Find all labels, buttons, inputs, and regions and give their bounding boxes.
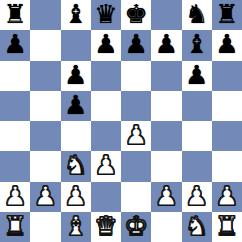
square-d5[interactable] <box>91 91 121 121</box>
square-b3[interactable] <box>30 151 60 181</box>
square-h6[interactable] <box>212 61 242 91</box>
piece-white-pawn-b2[interactable]: ♟ <box>34 183 57 209</box>
piece-black-pawn-c5[interactable]: ♟ <box>64 92 87 118</box>
square-g8[interactable]: ♞ <box>182 0 212 30</box>
square-d7[interactable]: ♟ <box>91 30 121 60</box>
square-f5[interactable] <box>151 91 181 121</box>
piece-black-pawn-a7[interactable]: ♟ <box>3 31 26 57</box>
piece-white-pawn-c2[interactable]: ♟ <box>64 183 87 209</box>
square-f1[interactable] <box>151 212 181 242</box>
piece-white-pawn-d3[interactable]: ♟ <box>94 152 117 178</box>
piece-black-queen-d8[interactable]: ♛ <box>94 1 117 27</box>
square-f2[interactable]: ♟ <box>151 182 181 212</box>
square-a1[interactable]: ♜ <box>0 212 30 242</box>
square-d1[interactable]: ♛ <box>91 212 121 242</box>
piece-white-pawn-f2[interactable]: ♟ <box>155 183 178 209</box>
piece-black-knight-g8[interactable]: ♞ <box>185 1 208 27</box>
square-d4[interactable] <box>91 121 121 151</box>
square-e1[interactable]: ♚ <box>121 212 151 242</box>
square-b1[interactable] <box>30 212 60 242</box>
square-g7[interactable]: ♝ <box>182 30 212 60</box>
piece-white-pawn-h2[interactable]: ♟ <box>215 183 238 209</box>
piece-white-pawn-e4[interactable]: ♟ <box>124 122 147 148</box>
piece-white-knight-g1[interactable]: ♞ <box>185 213 208 239</box>
piece-white-rook-a1[interactable]: ♜ <box>3 213 26 239</box>
square-d2[interactable] <box>91 182 121 212</box>
square-e7[interactable]: ♟ <box>121 30 151 60</box>
square-b6[interactable] <box>30 61 60 91</box>
piece-black-bishop-c8[interactable]: ♝ <box>64 1 87 27</box>
square-b4[interactable] <box>30 121 60 151</box>
square-h2[interactable]: ♟ <box>212 182 242 212</box>
square-b2[interactable]: ♟ <box>30 182 60 212</box>
square-h5[interactable] <box>212 91 242 121</box>
square-e5[interactable] <box>121 91 151 121</box>
square-a6[interactable] <box>0 61 30 91</box>
square-f3[interactable] <box>151 151 181 181</box>
square-c1[interactable]: ♝ <box>61 212 91 242</box>
piece-white-pawn-a2[interactable]: ♟ <box>3 183 26 209</box>
chess-board: ♜♝♛♚♞♜♟♟♟♟♝♟♟♟♟♟♞♟♟♟♟♟♟♟♜♝♛♚♞♜ <box>0 0 242 242</box>
piece-black-king-e8[interactable]: ♚ <box>124 1 147 27</box>
square-d8[interactable]: ♛ <box>91 0 121 30</box>
piece-black-rook-h8[interactable]: ♜ <box>215 1 238 27</box>
square-f8[interactable] <box>151 0 181 30</box>
square-a3[interactable] <box>0 151 30 181</box>
square-a4[interactable] <box>0 121 30 151</box>
square-e6[interactable] <box>121 61 151 91</box>
piece-black-pawn-d7[interactable]: ♟ <box>94 31 117 57</box>
square-h7[interactable]: ♟ <box>212 30 242 60</box>
square-c3[interactable]: ♞ <box>61 151 91 181</box>
piece-white-pawn-g2[interactable]: ♟ <box>185 183 208 209</box>
piece-white-bishop-c1[interactable]: ♝ <box>64 213 87 239</box>
square-a5[interactable] <box>0 91 30 121</box>
piece-white-rook-h1[interactable]: ♜ <box>215 213 238 239</box>
square-g5[interactable] <box>182 91 212 121</box>
piece-white-knight-c3[interactable]: ♞ <box>64 152 87 178</box>
square-h3[interactable] <box>212 151 242 181</box>
square-d3[interactable]: ♟ <box>91 151 121 181</box>
square-g4[interactable] <box>182 121 212 151</box>
square-a7[interactable]: ♟ <box>0 30 30 60</box>
piece-black-pawn-f7[interactable]: ♟ <box>155 31 178 57</box>
square-g2[interactable]: ♟ <box>182 182 212 212</box>
piece-black-pawn-h7[interactable]: ♟ <box>215 31 238 57</box>
square-b8[interactable] <box>30 0 60 30</box>
square-c4[interactable] <box>61 121 91 151</box>
square-h8[interactable]: ♜ <box>212 0 242 30</box>
square-b5[interactable] <box>30 91 60 121</box>
square-g6[interactable]: ♟ <box>182 61 212 91</box>
square-c6[interactable]: ♟ <box>61 61 91 91</box>
square-e8[interactable]: ♚ <box>121 0 151 30</box>
piece-black-pawn-g6[interactable]: ♟ <box>185 62 208 88</box>
chess-board-container: ♜♝♛♚♞♜♟♟♟♟♝♟♟♟♟♟♞♟♟♟♟♟♟♟♜♝♛♚♞♜ <box>0 0 242 242</box>
square-f6[interactable] <box>151 61 181 91</box>
piece-black-bishop-g7[interactable]: ♝ <box>185 31 208 57</box>
piece-white-king-e1[interactable]: ♚ <box>124 213 147 239</box>
square-f7[interactable]: ♟ <box>151 30 181 60</box>
square-h1[interactable]: ♜ <box>212 212 242 242</box>
square-f4[interactable] <box>151 121 181 151</box>
square-g3[interactable] <box>182 151 212 181</box>
square-a8[interactable]: ♜ <box>0 0 30 30</box>
square-e3[interactable] <box>121 151 151 181</box>
square-b7[interactable] <box>30 30 60 60</box>
piece-white-queen-d1[interactable]: ♛ <box>94 213 117 239</box>
piece-black-rook-a8[interactable]: ♜ <box>3 1 26 27</box>
square-a2[interactable]: ♟ <box>0 182 30 212</box>
square-h4[interactable] <box>212 121 242 151</box>
square-c2[interactable]: ♟ <box>61 182 91 212</box>
piece-black-pawn-e7[interactable]: ♟ <box>124 31 147 57</box>
piece-black-pawn-c6[interactable]: ♟ <box>64 62 87 88</box>
square-g1[interactable]: ♞ <box>182 212 212 242</box>
square-e4[interactable]: ♟ <box>121 121 151 151</box>
square-c8[interactable]: ♝ <box>61 0 91 30</box>
square-c5[interactable]: ♟ <box>61 91 91 121</box>
square-c7[interactable] <box>61 30 91 60</box>
square-e2[interactable] <box>121 182 151 212</box>
square-d6[interactable] <box>91 61 121 91</box>
